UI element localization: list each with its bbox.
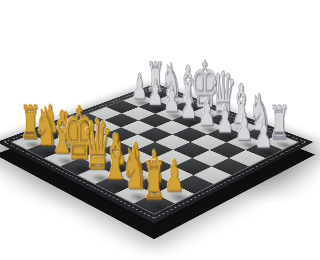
- pawn-glyph: ♟: [198, 93, 215, 131]
- chess-board: ♜♞♝♚♛♝♞♜♟♟♟♟♟♟♟♟♟♟♟♟♟♟♟♟♜♞♝♚♛♝♞♜: [0, 83, 313, 223]
- pawn-glyph: ♟: [235, 107, 253, 146]
- pawn-glyph: ♟: [255, 114, 273, 154]
- board-grid: ♜♞♝♚♛♝♞♜♟♟♟♟♟♟♟♟♟♟♟♟♟♟♟♟♜♞♝♚♛♝♞♜: [11, 88, 299, 215]
- pawn-glyph: ♟: [181, 87, 198, 124]
- board-frame: ♜♞♝♚♛♝♞♜♟♟♟♟♟♟♟♟♟♟♟♟♟♟♟♟♜♞♝♚♛♝♞♜: [0, 83, 313, 223]
- pawn-glyph: ♟: [164, 81, 181, 117]
- pawn-glyph: ♟: [217, 100, 234, 138]
- rook-glyph: ♜: [142, 155, 166, 208]
- pawn-glyph: ♟: [147, 75, 163, 111]
- chess-set-photo: ♜♞♝♚♛♝♞♜♟♟♟♟♟♟♟♟♟♟♟♟♟♟♟♟♜♞♝♚♛♝♞♜: [0, 0, 320, 260]
- pawn-glyph: ♟: [131, 69, 147, 104]
- pawn-glyph: ♟: [164, 154, 184, 198]
